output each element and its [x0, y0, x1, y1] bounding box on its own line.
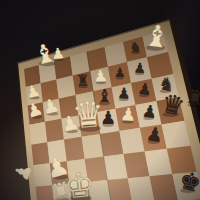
vignette-overlay: [0, 0, 200, 200]
chess-photo-scene: ♟♝♞♝♟♜♟♟♟♟♟♝♟♟♞♜♟♛♟♟♟♛♟♟♟♜♚♚: [0, 0, 200, 200]
chessboard-photo: ♟♝♞♝♟♜♟♟♟♟♟♝♟♟♞♜♟♛♟♟♟♛♟♟♟♜♚♚: [0, 0, 200, 200]
